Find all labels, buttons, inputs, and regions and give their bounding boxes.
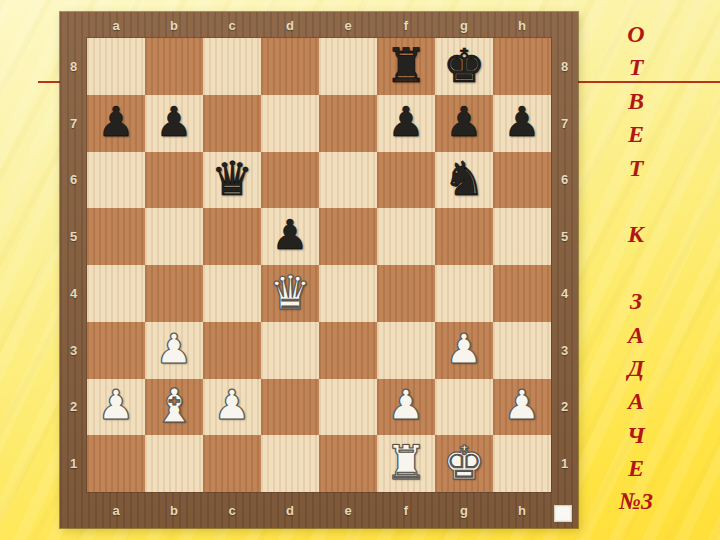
file-label-bottom-b: b [145,503,203,518]
square-f5[interactable] [377,208,435,265]
rank-labels-left: 87654321 [60,38,87,492]
square-b7[interactable]: ♟ [145,95,203,152]
square-g1[interactable]: ♚ [435,435,493,492]
square-g7[interactable]: ♟ [435,95,493,152]
file-labels-bottom: abcdefgh [87,492,551,528]
square-c2[interactable]: ♟ [203,379,261,436]
caption-line-3: Е [605,118,667,151]
caption-line-4: Т [605,152,667,185]
piece-black-pawn[interactable]: ♟ [272,215,309,256]
square-h1[interactable] [493,435,551,492]
caption-line-10: Д [605,352,667,385]
square-h8[interactable] [493,38,551,95]
piece-black-pawn[interactable]: ♟ [98,102,135,143]
file-label-top-a: a [87,18,145,33]
square-c8[interactable] [203,38,261,95]
caption-line-14: №3 [605,485,667,518]
square-f3[interactable] [377,322,435,379]
rank-label-left-2: 2 [60,399,87,414]
square-g6[interactable]: ♞ [435,152,493,209]
caption-line-5 [605,185,667,218]
file-label-top-h: h [493,18,551,33]
caption-line-6: К [605,218,667,251]
square-g8[interactable]: ♚ [435,38,493,95]
square-e2[interactable] [319,379,377,436]
file-label-top-f: f [377,18,435,33]
caption-line-8: З [605,285,667,318]
square-g5[interactable] [435,208,493,265]
square-f1[interactable]: ♜ [377,435,435,492]
square-e8[interactable] [319,38,377,95]
piece-black-pawn[interactable]: ♟ [156,102,193,143]
file-label-bottom-e: e [319,503,377,518]
square-a1[interactable] [87,435,145,492]
caption-line-13: Е [605,452,667,485]
square-b6[interactable] [145,152,203,209]
square-b4[interactable] [145,265,203,322]
caption-line-12: Ч [605,419,667,452]
square-a7[interactable]: ♟ [87,95,145,152]
piece-black-pawn[interactable]: ♟ [446,102,483,143]
square-e3[interactable] [319,322,377,379]
square-a8[interactable] [87,38,145,95]
rank-label-left-1: 1 [60,456,87,471]
caption-line-2: В [605,85,667,118]
rank-label-right-7: 7 [551,116,578,131]
square-c5[interactable] [203,208,261,265]
square-e5[interactable] [319,208,377,265]
piece-black-rook[interactable]: ♜ [385,42,427,89]
divider-line-left [38,81,60,83]
square-h5[interactable] [493,208,551,265]
piece-white-pawn[interactable]: ♟ [98,385,135,426]
square-h7[interactable]: ♟ [493,95,551,152]
square-e1[interactable] [319,435,377,492]
rank-labels-right: 87654321 [551,38,578,492]
piece-white-rook[interactable]: ♜ [385,439,427,486]
rank-label-right-6: 6 [551,172,578,187]
file-label-bottom-h: h [493,503,551,518]
square-a2[interactable]: ♟ [87,379,145,436]
rank-label-right-2: 2 [551,399,578,414]
file-label-top-e: e [319,18,377,33]
square-a5[interactable] [87,208,145,265]
piece-black-king[interactable]: ♚ [443,42,485,89]
square-e4[interactable] [319,265,377,322]
caption-line-11: А [605,385,667,418]
square-e7[interactable] [319,95,377,152]
piece-white-pawn[interactable]: ♟ [214,385,251,426]
square-a4[interactable] [87,265,145,322]
piece-white-bishop[interactable]: ♝ [153,382,195,429]
rank-label-left-6: 6 [60,172,87,187]
piece-black-pawn[interactable]: ♟ [388,102,425,143]
rank-label-left-7: 7 [60,116,87,131]
square-g4[interactable] [435,265,493,322]
rank-label-left-3: 3 [60,343,87,358]
piece-white-pawn[interactable]: ♟ [388,385,425,426]
square-d2[interactable] [261,379,319,436]
file-label-top-g: g [435,18,493,33]
square-h4[interactable] [493,265,551,322]
square-c1[interactable] [203,435,261,492]
rank-label-right-1: 1 [551,456,578,471]
slide: abcdefgh 87654321 87654321 ♜♚♟♟♟♟♟♛♞♟♛♟♟… [0,0,720,540]
piece-black-knight[interactable]: ♞ [443,155,485,202]
square-d8[interactable] [261,38,319,95]
file-label-bottom-g: g [435,503,493,518]
chess-board: abcdefgh 87654321 87654321 ♜♚♟♟♟♟♟♛♞♟♛♟♟… [60,12,578,528]
square-f6[interactable] [377,152,435,209]
file-label-bottom-d: d [261,503,319,518]
square-b3[interactable]: ♟ [145,322,203,379]
piece-white-pawn[interactable]: ♟ [156,329,193,370]
square-d6[interactable] [261,152,319,209]
rank-label-right-8: 8 [551,59,578,74]
rank-label-left-5: 5 [60,229,87,244]
square-g2[interactable] [435,379,493,436]
piece-black-queen[interactable]: ♛ [211,155,253,202]
square-d5[interactable]: ♟ [261,208,319,265]
piece-white-pawn[interactable]: ♟ [504,385,541,426]
file-label-bottom-c: c [203,503,261,518]
square-g3[interactable]: ♟ [435,322,493,379]
square-c4[interactable] [203,265,261,322]
caption-line-9: А [605,319,667,352]
caption-text: ОТВЕТ К ЗАДАЧЕ№3 [605,18,667,519]
square-d3[interactable] [261,322,319,379]
square-c3[interactable] [203,322,261,379]
caption-line-1: Т [605,51,667,84]
rank-label-right-5: 5 [551,229,578,244]
caption-line-7 [605,252,667,285]
file-label-top-c: c [203,18,261,33]
file-label-bottom-a: a [87,503,145,518]
piece-white-queen[interactable]: ♛ [269,269,311,316]
rank-label-left-8: 8 [60,59,87,74]
square-c7[interactable] [203,95,261,152]
caption-line-0: О [605,18,667,51]
square-d7[interactable] [261,95,319,152]
rank-label-right-3: 3 [551,343,578,358]
board-grid: ♜♚♟♟♟♟♟♛♞♟♛♟♟♟♝♟♟♟♜♚ [87,38,551,492]
piece-black-pawn[interactable]: ♟ [504,102,541,143]
square-c6[interactable]: ♛ [203,152,261,209]
square-f7[interactable]: ♟ [377,95,435,152]
rank-label-left-4: 4 [60,286,87,301]
square-d4[interactable]: ♛ [261,265,319,322]
square-h3[interactable] [493,322,551,379]
square-b8[interactable] [145,38,203,95]
square-b5[interactable] [145,208,203,265]
square-f8[interactable]: ♜ [377,38,435,95]
square-f4[interactable] [377,265,435,322]
file-label-top-b: b [145,18,203,33]
piece-white-king[interactable]: ♚ [443,439,485,486]
square-h2[interactable]: ♟ [493,379,551,436]
rank-label-right-4: 4 [551,286,578,301]
file-label-bottom-f: f [377,503,435,518]
square-a6[interactable] [87,152,145,209]
square-e6[interactable] [319,152,377,209]
file-labels-top: abcdefgh [87,12,551,39]
square-b2[interactable]: ♝ [145,379,203,436]
square-b1[interactable] [145,435,203,492]
piece-white-pawn[interactable]: ♟ [446,329,483,370]
square-f2[interactable]: ♟ [377,379,435,436]
square-d1[interactable] [261,435,319,492]
square-a3[interactable] [87,322,145,379]
white-to-move-indicator [554,505,572,522]
file-label-top-d: d [261,18,319,33]
square-h6[interactable] [493,152,551,209]
